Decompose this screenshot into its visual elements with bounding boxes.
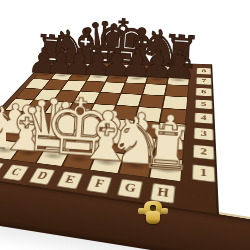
file-label-tile: F [86,175,112,194]
chessboard-grid: ♜♞♝♛♚♝♞♜8♟♟♟♟♟♟♟♟76543♟♟♟♟♟♟♟♟2♜♞♝♛♚♝♞♜1… [0,62,217,217]
file-label-tile: G [117,179,143,199]
file-label-tile: E [56,171,83,189]
brass-clasp-icon [137,199,169,229]
chessboard-frame: ♜♞♝♛♚♝♞♜8♟♟♟♟♟♟♟♟76543♟♟♟♟♟♟♟♟2♜♞♝♛♚♝♞♜1… [0,60,219,216]
board-perspective: ♜♞♝♛♚♝♞♜8♟♟♟♟♟♟♟♟76543♟♟♟♟♟♟♟♟2♜♞♝♛♚♝♞♜1… [0,60,219,216]
rank-label-tile: 7 [196,77,212,85]
white-rook-h1[interactable]: ♜ [138,116,196,180]
board-3d-wrapper: ♜♞♝♛♚♝♞♜8♟♟♟♟♟♟♟♟76543♟♟♟♟♟♟♟♟2♜♞♝♛♚♝♞♜1… [0,0,215,224]
rank-label-6: 6 [188,86,215,99]
rank-label-tile: 3 [194,127,214,140]
frame-corner [179,182,222,218]
rank-label-tile: 4 [194,113,213,124]
clasp-body [146,211,160,224]
square-h7[interactable]: ♟ [167,75,190,86]
rank-label-tile: 1 [192,164,215,182]
rank-label-tile: 2 [193,144,215,160]
chess-set-photo: ♜♞♝♛♚♝♞♜8♟♟♟♟♟♟♟♟76543♟♟♟♟♟♟♟♟2♜♞♝♛♚♝♞♜1… [0,0,250,250]
rank-label-tile: 6 [195,88,212,97]
square-h1[interactable]: ♜ [149,157,183,182]
rank-label-tile: 5 [195,99,213,109]
black-pawn-h7[interactable]: ♟ [160,43,199,85]
clasp-knob [150,205,156,211]
